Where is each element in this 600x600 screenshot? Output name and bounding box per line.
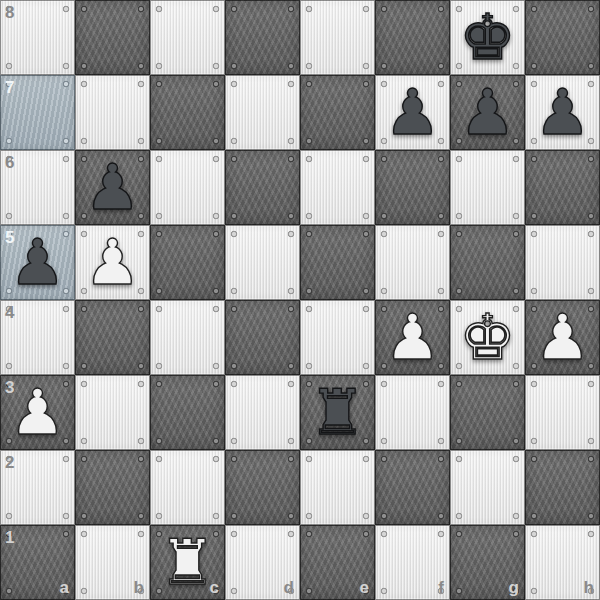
square-g6[interactable]: [450, 150, 525, 225]
square-g8[interactable]: ♚: [450, 0, 525, 75]
square-d3[interactable]: [225, 375, 300, 450]
square-h7[interactable]: ♟: [525, 75, 600, 150]
square-e4[interactable]: [300, 300, 375, 375]
file-label-e: e: [360, 578, 369, 598]
rank-label-2: 2: [5, 453, 14, 473]
piece-black-pawn-g7[interactable]: ♟: [459, 81, 515, 144]
square-g7[interactable]: ♟: [450, 75, 525, 150]
piece-black-pawn-f7[interactable]: ♟: [384, 81, 440, 144]
file-label-h: h: [584, 578, 594, 598]
piece-black-rook-e3[interactable]: ♜: [309, 381, 365, 444]
square-d7[interactable]: [225, 75, 300, 150]
square-c4[interactable]: [150, 300, 225, 375]
square-a2[interactable]: 2: [0, 450, 75, 525]
square-c5[interactable]: [150, 225, 225, 300]
square-g2[interactable]: [450, 450, 525, 525]
file-label-g: g: [509, 578, 519, 598]
piece-white-pawn-b5[interactable]: ♟: [84, 231, 140, 294]
piece-black-pawn-h7[interactable]: ♟: [534, 81, 590, 144]
square-f7[interactable]: ♟: [375, 75, 450, 150]
square-f3[interactable]: [375, 375, 450, 450]
square-h3[interactable]: [525, 375, 600, 450]
square-d2[interactable]: [225, 450, 300, 525]
square-h8[interactable]: [525, 0, 600, 75]
square-g4[interactable]: ♚: [450, 300, 525, 375]
square-h1[interactable]: h: [525, 525, 600, 600]
square-b8[interactable]: [75, 0, 150, 75]
square-c6[interactable]: [150, 150, 225, 225]
square-h4[interactable]: ♟: [525, 300, 600, 375]
square-d4[interactable]: [225, 300, 300, 375]
square-c8[interactable]: [150, 0, 225, 75]
piece-white-pawn-h4[interactable]: ♟: [534, 306, 590, 369]
square-g5[interactable]: [450, 225, 525, 300]
square-f1[interactable]: f: [375, 525, 450, 600]
square-f4[interactable]: ♟: [375, 300, 450, 375]
square-f8[interactable]: [375, 0, 450, 75]
rank-label-6: 6: [5, 153, 14, 173]
piece-white-pawn-f4[interactable]: ♟: [384, 306, 440, 369]
square-b4[interactable]: [75, 300, 150, 375]
file-label-b: b: [134, 578, 144, 598]
piece-white-king-g4[interactable]: ♚: [459, 306, 515, 369]
square-a1[interactable]: 1a: [0, 525, 75, 600]
square-e2[interactable]: [300, 450, 375, 525]
rank-label-1: 1: [5, 528, 14, 548]
square-e1[interactable]: e: [300, 525, 375, 600]
square-e6[interactable]: [300, 150, 375, 225]
rank-label-4: 4: [5, 303, 14, 323]
square-c1[interactable]: c♜: [150, 525, 225, 600]
square-g3[interactable]: [450, 375, 525, 450]
piece-black-pawn-b6[interactable]: ♟: [84, 156, 140, 219]
file-label-d: d: [284, 578, 294, 598]
square-b2[interactable]: [75, 450, 150, 525]
chess-board: 8♚7♟♟♟6♟5♟♟4♟♚♟3♟♜21abc♜defgh: [0, 0, 600, 600]
square-c2[interactable]: [150, 450, 225, 525]
square-a7[interactable]: 7: [0, 75, 75, 150]
square-h6[interactable]: [525, 150, 600, 225]
square-d8[interactable]: [225, 0, 300, 75]
piece-white-pawn-a3[interactable]: ♟: [9, 381, 65, 444]
square-c7[interactable]: [150, 75, 225, 150]
square-a8[interactable]: 8: [0, 0, 75, 75]
square-h2[interactable]: [525, 450, 600, 525]
square-b1[interactable]: b: [75, 525, 150, 600]
square-b3[interactable]: [75, 375, 150, 450]
piece-white-rook-c1[interactable]: ♜: [159, 531, 215, 594]
square-b7[interactable]: [75, 75, 150, 150]
square-a5[interactable]: 5♟: [0, 225, 75, 300]
square-f2[interactable]: [375, 450, 450, 525]
square-e8[interactable]: [300, 0, 375, 75]
square-d6[interactable]: [225, 150, 300, 225]
piece-black-pawn-a5[interactable]: ♟: [9, 231, 65, 294]
square-b5[interactable]: ♟: [75, 225, 150, 300]
square-h5[interactable]: [525, 225, 600, 300]
square-a3[interactable]: 3♟: [0, 375, 75, 450]
square-e3[interactable]: ♜: [300, 375, 375, 450]
square-a4[interactable]: 4: [0, 300, 75, 375]
square-d5[interactable]: [225, 225, 300, 300]
square-e7[interactable]: [300, 75, 375, 150]
piece-black-king-g8[interactable]: ♚: [459, 6, 515, 69]
file-label-f: f: [438, 578, 444, 598]
rank-label-7: 7: [5, 78, 14, 98]
rank-label-8: 8: [5, 3, 14, 23]
square-c3[interactable]: [150, 375, 225, 450]
square-f6[interactable]: [375, 150, 450, 225]
file-label-a: a: [60, 578, 69, 598]
square-e5[interactable]: [300, 225, 375, 300]
square-g1[interactable]: g: [450, 525, 525, 600]
square-b6[interactable]: ♟: [75, 150, 150, 225]
square-d1[interactable]: d: [225, 525, 300, 600]
square-f5[interactable]: [375, 225, 450, 300]
square-a6[interactable]: 6: [0, 150, 75, 225]
